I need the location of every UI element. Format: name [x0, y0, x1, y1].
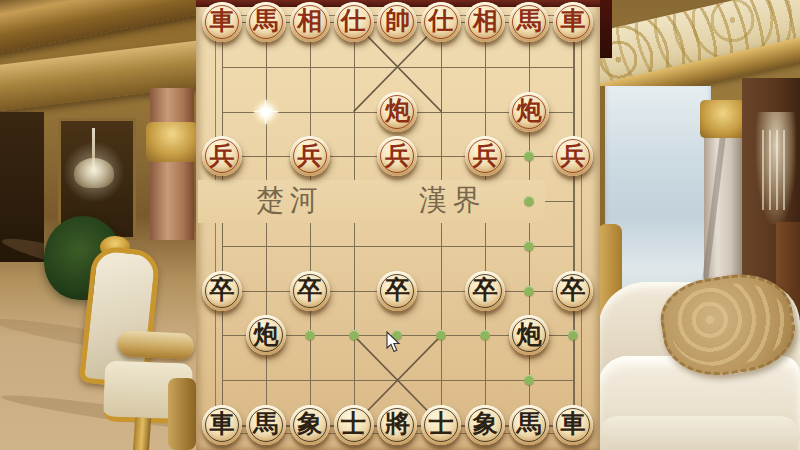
board-cell[interactable]: 卒 [376, 268, 420, 313]
xiangqi-piece-black[interactable]: 卒 [290, 271, 330, 311]
board-cell[interactable]: 車 [200, 0, 244, 44]
move-dot[interactable] [524, 241, 534, 251]
piece-glyph: 士 [341, 411, 366, 436]
board-cell[interactable] [288, 358, 332, 403]
xiangqi-piece-black[interactable]: 卒 [553, 271, 593, 311]
board-cell[interactable] [376, 358, 420, 403]
move-dot[interactable] [305, 330, 315, 340]
xiangqi-piece-black[interactable]: 車 [553, 405, 593, 445]
board-cell[interactable] [332, 179, 376, 224]
board-cell[interactable] [551, 313, 595, 358]
piece-glyph: 車 [560, 411, 585, 436]
board-cell[interactable] [463, 44, 507, 89]
piece-glyph: 仕 [341, 8, 366, 33]
board-cell[interactable]: 象 [288, 403, 332, 448]
board-cell[interactable] [200, 44, 244, 89]
board-cell[interactable] [332, 313, 376, 358]
xiangqi-piece-black[interactable]: 馬 [246, 405, 286, 445]
piece-glyph: 卒 [560, 277, 585, 302]
piece-glyph: 卒 [473, 277, 498, 302]
piece-glyph: 卒 [297, 277, 322, 302]
board-cell[interactable] [419, 134, 463, 179]
xiangqi-piece-black[interactable]: 士 [334, 405, 374, 445]
crystal-chandelier [74, 158, 114, 188]
board-cell[interactable]: 馬 [507, 403, 551, 448]
board-cell[interactable] [376, 44, 420, 89]
board-cell[interactable] [463, 89, 507, 134]
piece-glyph: 炮 [253, 322, 278, 347]
xiangqi-piece-black[interactable]: 炮 [509, 315, 549, 355]
piece-glyph: 馬 [517, 8, 542, 33]
board-cell[interactable] [332, 223, 376, 268]
board-cell[interactable] [288, 179, 332, 224]
board-cell[interactable]: 兵 [288, 134, 332, 179]
board-cell[interactable] [244, 179, 288, 224]
xiangqi-piece-red[interactable]: 仕 [421, 2, 461, 42]
piece-glyph: 兵 [297, 143, 322, 168]
board-cell[interactable] [507, 358, 551, 403]
move-dot[interactable] [524, 151, 534, 161]
board-cell[interactable]: 相 [288, 0, 332, 44]
xiangqi-piece-red[interactable]: 仕 [334, 2, 374, 42]
dark-drape [600, 0, 612, 58]
board-cell[interactable] [419, 44, 463, 89]
piece-glyph: 兵 [385, 143, 410, 168]
xiangqi-piece-red[interactable]: 相 [465, 2, 505, 42]
xiangqi-piece-black[interactable]: 車 [202, 405, 242, 445]
xiangqi-piece-black[interactable]: 炮 [246, 315, 286, 355]
xiangqi-piece-red[interactable]: 相 [290, 2, 330, 42]
xiangqi-piece-black[interactable]: 象 [290, 405, 330, 445]
board-cell[interactable] [244, 44, 288, 89]
board-cell[interactable] [419, 89, 463, 134]
board-cell[interactable] [419, 268, 463, 313]
move-dot[interactable] [349, 330, 359, 340]
gold-column-capital-left [146, 122, 198, 162]
board-cell[interactable]: 兵 [376, 134, 420, 179]
board-cell[interactable]: 士 [419, 403, 463, 448]
board-cell[interactable] [551, 179, 595, 224]
last-move-sparkle [251, 97, 281, 127]
piece-glyph: 車 [209, 411, 234, 436]
board-cell[interactable]: 炮 [376, 89, 420, 134]
xiangqi-piece-black[interactable]: 卒 [377, 271, 417, 311]
board-cell[interactable] [551, 89, 595, 134]
piece-glyph: 馬 [253, 8, 278, 33]
piece-glyph: 車 [560, 8, 585, 33]
second-gold-chair [168, 378, 196, 450]
xiangqi-piece-black[interactable]: 馬 [509, 405, 549, 445]
piece-glyph: 相 [297, 8, 322, 33]
board-cell[interactable] [507, 179, 551, 224]
board-cell[interactable] [332, 358, 376, 403]
board-cell[interactable] [419, 179, 463, 224]
piece-glyph: 象 [473, 411, 498, 436]
board-cell[interactable]: 炮 [244, 313, 288, 358]
piece-glyph: 馬 [517, 411, 542, 436]
board-cells: 車馬相仕帥仕相馬車炮炮兵兵兵兵兵卒卒卒卒卒炮炮車馬象士將士象馬車 [200, 0, 595, 447]
board-cell[interactable]: 仕 [332, 0, 376, 44]
board-cell[interactable] [419, 313, 463, 358]
board-cell[interactable] [244, 268, 288, 313]
xiangqi-piece-black[interactable]: 象 [465, 405, 505, 445]
board-cell[interactable] [463, 358, 507, 403]
board-cell[interactable]: 將 [376, 403, 420, 448]
board-cell[interactable]: 士 [332, 403, 376, 448]
piece-glyph: 士 [429, 411, 454, 436]
board-cell[interactable] [200, 223, 244, 268]
board-cell[interactable] [376, 179, 420, 224]
marble-column-left [150, 88, 194, 240]
board-cell[interactable] [200, 313, 244, 358]
board-cell[interactable] [419, 358, 463, 403]
board-cell[interactable]: 仕 [419, 0, 463, 44]
board-cell[interactable] [332, 89, 376, 134]
board-cell[interactable] [376, 223, 420, 268]
board-cell[interactable] [507, 223, 551, 268]
xiangqi-piece-red[interactable]: 兵 [553, 136, 593, 176]
xiangqi-piece-black[interactable]: 士 [421, 405, 461, 445]
board-cell[interactable]: 兵 [551, 134, 595, 179]
board-cell[interactable]: 兵 [200, 134, 244, 179]
xiangqi-piece-black[interactable]: 卒 [465, 271, 505, 311]
board-cell[interactable] [244, 89, 288, 134]
board-cell[interactable] [551, 44, 595, 89]
xiangqi-piece-red[interactable]: 車 [553, 2, 593, 42]
board-cell[interactable]: 卒 [288, 268, 332, 313]
board-cell[interactable] [463, 313, 507, 358]
gold-pillar-capital-right [700, 100, 746, 138]
piece-glyph: 兵 [209, 143, 234, 168]
piece-glyph: 馬 [253, 411, 278, 436]
board-cell[interactable]: 車 [551, 0, 595, 44]
board-cell[interactable] [507, 134, 551, 179]
board-cell[interactable]: 炮 [507, 89, 551, 134]
move-dot[interactable] [436, 330, 446, 340]
piece-glyph: 炮 [517, 98, 542, 123]
move-dot[interactable] [524, 375, 534, 385]
board-cell[interactable]: 卒 [551, 268, 595, 313]
board-cell[interactable] [463, 179, 507, 224]
sofa-bolster [598, 416, 800, 450]
xiangqi-piece-red[interactable]: 炮 [377, 92, 417, 132]
board-cell[interactable]: 相 [463, 0, 507, 44]
board-cell[interactable] [288, 223, 332, 268]
piece-glyph: 卒 [209, 277, 234, 302]
xiangqi-piece-black[interactable]: 將 [377, 405, 417, 445]
board-cell[interactable]: 帥 [376, 0, 420, 44]
board-cell[interactable] [507, 268, 551, 313]
board-cell[interactable] [288, 44, 332, 89]
board-cell[interactable]: 馬 [244, 0, 288, 44]
board-cell[interactable] [200, 89, 244, 134]
move-dot[interactable] [524, 196, 534, 206]
board-cell[interactable]: 車 [551, 403, 595, 448]
xiangqi-board: 楚河 漢界 車馬相仕帥仕相馬車炮炮兵兵兵兵兵卒卒卒卒卒炮炮車馬象士將士象馬車 [196, 0, 600, 450]
board-cell[interactable]: 卒 [463, 268, 507, 313]
board-cell[interactable] [463, 223, 507, 268]
board-cell[interactable] [551, 223, 595, 268]
board-cell[interactable] [332, 44, 376, 89]
piece-glyph: 兵 [473, 143, 498, 168]
board-cell[interactable] [288, 313, 332, 358]
move-dot[interactable] [524, 286, 534, 296]
xiangqi-piece-red[interactable]: 兵 [202, 136, 242, 176]
board-cell[interactable]: 馬 [244, 403, 288, 448]
piece-glyph: 兵 [560, 143, 585, 168]
gold-armchair-arm [117, 330, 194, 360]
piece-glyph: 象 [297, 411, 322, 436]
move-dot[interactable] [568, 330, 578, 340]
crystal-sconce-drops [762, 130, 790, 210]
piece-glyph: 將 [385, 411, 410, 436]
board-cell[interactable] [244, 358, 288, 403]
board-cell[interactable]: 卒 [200, 268, 244, 313]
board-cell[interactable] [551, 358, 595, 403]
board-cell[interactable] [200, 358, 244, 403]
xiangqi-piece-red[interactable]: 馬 [509, 2, 549, 42]
move-dot[interactable] [480, 330, 490, 340]
xiangqi-piece-red[interactable]: 帥 [377, 2, 417, 42]
xiangqi-piece-black[interactable]: 卒 [202, 271, 242, 311]
xiangqi-piece-red[interactable]: 炮 [509, 92, 549, 132]
board-cell[interactable]: 兵 [463, 134, 507, 179]
mouse-cursor [386, 331, 401, 353]
board-cell[interactable] [332, 268, 376, 313]
gold-armchair-leg [133, 417, 151, 450]
xiangqi-piece-red[interactable]: 兵 [465, 136, 505, 176]
board-cell[interactable] [507, 44, 551, 89]
board-cell[interactable] [419, 223, 463, 268]
board-cell[interactable]: 炮 [507, 313, 551, 358]
piece-glyph: 卒 [385, 277, 410, 302]
piece-glyph: 相 [473, 8, 498, 33]
piece-glyph: 炮 [385, 98, 410, 123]
board-cell[interactable]: 象 [463, 403, 507, 448]
piece-glyph: 炮 [517, 322, 542, 347]
board-cell[interactable] [288, 89, 332, 134]
piece-glyph: 車 [209, 8, 234, 33]
board-cell[interactable] [200, 179, 244, 224]
board-cell[interactable]: 車 [200, 403, 244, 448]
piece-glyph: 帥 [385, 8, 410, 33]
xiangqi-piece-red[interactable]: 兵 [290, 136, 330, 176]
xiangqi-piece-red[interactable]: 車 [202, 2, 242, 42]
board-cell[interactable] [332, 134, 376, 179]
xiangqi-piece-red[interactable]: 兵 [377, 136, 417, 176]
board-cell[interactable] [244, 223, 288, 268]
board-cell[interactable] [244, 134, 288, 179]
xiangqi-piece-red[interactable]: 馬 [246, 2, 286, 42]
board-cell[interactable]: 馬 [507, 0, 551, 44]
piece-glyph: 仕 [429, 8, 454, 33]
